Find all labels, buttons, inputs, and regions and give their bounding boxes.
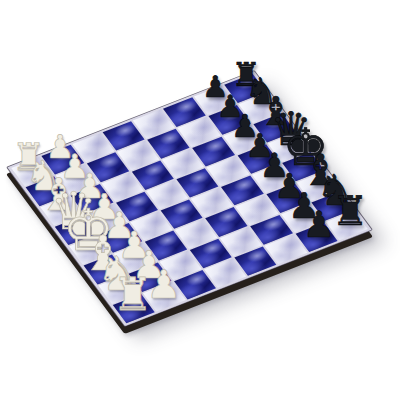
chess-board — [6, 70, 373, 327]
chess-set-photo: ♜♞♝♛♚♝♞♜♟♟♟♟♟♟♟♟♟♟♟♟♟♟♟♟♜♞♝♛♚♝♞♜ — [0, 0, 400, 400]
